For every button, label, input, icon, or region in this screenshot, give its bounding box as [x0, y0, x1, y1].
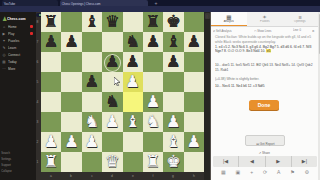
- line-counter: Line: 0: [293, 29, 301, 32]
- square-e3[interactable]: ♝: [123, 112, 143, 132]
- square-d2[interactable]: [102, 132, 122, 152]
- square-d3[interactable]: ♟: [102, 112, 122, 132]
- square-c5[interactable]: ♟: [82, 72, 102, 92]
- square-e5[interactable]: ♟: [123, 72, 143, 92]
- black-pawn[interactable]: ♟: [143, 32, 163, 52]
- black-rook[interactable]: ♜: [41, 12, 61, 32]
- square-b1[interactable]: [61, 152, 81, 172]
- rank-label-5: 5: [36, 80, 39, 83]
- square-a7[interactable]: ♟: [41, 32, 61, 52]
- tab-title: YouTube: [2, 2, 15, 5]
- prev-move-button[interactable]: ◀: [239, 156, 265, 167]
- settings-icon[interactable]: ⚙: [304, 169, 308, 175]
- rank-label-2: 2: [36, 140, 39, 143]
- sidebar-item-label: Learn: [8, 46, 16, 50]
- white-pawn[interactable]: ♟: [184, 132, 204, 152]
- black-rook[interactable]: ♜: [143, 12, 163, 32]
- connect-icon: ◎: [0, 53, 8, 57]
- white-pawn[interactable]: ♟: [41, 132, 61, 152]
- move-list[interactable]: 1. e4 c5 2. Nc3 Nc6 3. g3 g6 4. Bg2 Bg7 …: [215, 44, 315, 53]
- square-e2[interactable]: [123, 132, 143, 152]
- black-pawn[interactable]: ♟: [41, 32, 61, 52]
- square-e8[interactable]: [123, 12, 143, 32]
- self-analysis-toggle[interactable]: ⇄ Self-Analysis: [213, 28, 232, 31]
- square-f8[interactable]: ♜: [143, 12, 163, 32]
- home-icon: ⌂: [0, 25, 8, 29]
- square-h8[interactable]: [184, 12, 204, 32]
- square-c3[interactable]: ♞: [82, 112, 102, 132]
- reset-icon[interactable]: ⟳: [263, 169, 267, 175]
- get-report-button[interactable]: ▤ Get Report: [245, 135, 285, 146]
- last-move-button[interactable]: ▶|: [292, 156, 317, 167]
- file-label-b: b: [69, 174, 73, 177]
- square-a8[interactable]: ♜: [41, 12, 61, 32]
- square-c1[interactable]: [82, 152, 102, 172]
- rank-label-3: 3: [36, 120, 39, 123]
- square-a3[interactable]: [41, 112, 61, 132]
- square-d6[interactable]: ♟: [102, 52, 122, 72]
- board-tool-icons: ▦▣+⟳A⚑⚙: [221, 169, 309, 175]
- white-king[interactable]: ♚: [163, 152, 183, 172]
- black-pawn[interactable]: ♟: [123, 52, 143, 72]
- black-knight[interactable]: ♞: [102, 92, 122, 112]
- square-h3[interactable]: [184, 112, 204, 132]
- white-pawn[interactable]: ♟: [61, 132, 81, 152]
- panel-tabs: ▦Analysis✦Puzzles≡Openings: [211, 12, 318, 27]
- square-e4[interactable]: [123, 92, 143, 112]
- square-b6[interactable]: [61, 52, 81, 72]
- puzzles-icon: ✦: [0, 39, 8, 43]
- first-move-button[interactable]: |◀: [213, 156, 239, 167]
- square-g3[interactable]: ♟: [163, 112, 183, 132]
- file-label-f: f: [151, 174, 155, 177]
- rank-label-8: 8: [36, 20, 39, 23]
- puzzles-tab-icon: ✦: [247, 14, 283, 20]
- rank-label-7: 7: [36, 40, 39, 43]
- current-move[interactable]: e5: [266, 49, 271, 53]
- square-g2[interactable]: ♝: [163, 132, 183, 152]
- square-e7[interactable]: ♞: [123, 32, 143, 52]
- white-pawn[interactable]: ♟: [143, 92, 163, 112]
- opening-description: Closed Sicilian: White builds up on the …: [215, 35, 315, 44]
- copy-fen-icon[interactable]: ▣: [236, 169, 241, 175]
- black-knight[interactable]: ♞: [123, 32, 143, 52]
- square-a6[interactable]: [41, 52, 61, 72]
- square-f3[interactable]: ♞: [143, 112, 163, 132]
- square-f4[interactable]: ♟: [143, 92, 163, 112]
- panel-gear-icon[interactable]: ⚙: [312, 28, 314, 31]
- square-f6[interactable]: [143, 52, 163, 72]
- square-h2[interactable]: ♟: [184, 132, 204, 152]
- screen: YouTube Chess Openings | Chess.com + ◄ ►…: [0, 0, 320, 180]
- more-icon: ⋯: [0, 67, 8, 71]
- white-bishop[interactable]: ♝: [163, 132, 183, 152]
- sidebar-item-learn[interactable]: ✎Learn: [0, 44, 36, 51]
- square-h1[interactable]: [184, 152, 204, 172]
- square-g6[interactable]: ♟: [163, 52, 183, 72]
- annotate-icon[interactable]: A: [277, 169, 280, 175]
- file-label-c: c: [90, 174, 94, 177]
- black-bishop[interactable]: ♝: [163, 32, 183, 52]
- panel-controls: ⇄ Self-Analysis ▢ Show Lines Line: 0 ⚙: [213, 27, 317, 33]
- show-lines-toggle[interactable]: ▢ Show Lines: [254, 28, 271, 31]
- square-g1[interactable]: ♚: [163, 152, 183, 172]
- mainline-moves[interactable]: 1. e4 c5 2. Nc3 Nc6 3. g3 g6 4. Bg2 Bg7 …: [215, 45, 311, 53]
- today-icon: ▤: [0, 60, 8, 64]
- next-move-button[interactable]: ▶: [266, 156, 292, 167]
- square-b3[interactable]: [61, 112, 81, 132]
- square-g5[interactable]: [163, 72, 183, 92]
- sidebar-item-play[interactable]: ▶Play: [0, 30, 36, 37]
- sidebar-item-puzzles[interactable]: ✦Puzzles: [0, 37, 36, 44]
- white-pawn[interactable]: ♟: [163, 112, 183, 132]
- square-d4[interactable]: ♞: [102, 92, 122, 112]
- square-a5[interactable]: [41, 72, 61, 92]
- square-b7[interactable]: ♟: [61, 32, 81, 52]
- move-nav-bar: |◀◀▶▶|: [213, 156, 317, 167]
- white-pawn[interactable]: ♟: [102, 112, 122, 132]
- chess-board: ♜♝♛♜♚♟♟♞♟♝♟♟♟♟♟♟♞♟♞♟♝♞♟♟♟♟♝♟♜♛♜♚: [41, 12, 204, 172]
- square-b5[interactable]: [61, 72, 81, 92]
- square-c8[interactable]: ♝: [82, 12, 102, 32]
- panel-tab-openings[interactable]: ≡Openings: [282, 12, 318, 26]
- black-bishop[interactable]: ♝: [82, 12, 102, 32]
- square-d8[interactable]: ♛: [102, 12, 122, 32]
- square-c7[interactable]: [82, 32, 102, 52]
- panel-tab-analysis[interactable]: ▦Analysis: [211, 12, 247, 26]
- square-e1[interactable]: [123, 152, 143, 172]
- flag-icon[interactable]: ⚑: [290, 169, 294, 175]
- square-b4[interactable]: [61, 92, 81, 112]
- square-f5[interactable]: [143, 72, 163, 92]
- white-knight[interactable]: ♞: [143, 112, 163, 132]
- rank-label-6: 6: [36, 60, 39, 63]
- file-label-d: d: [110, 174, 114, 177]
- black-pawn[interactable]: ♟: [163, 52, 183, 72]
- black-pawn[interactable]: ♟: [61, 32, 81, 52]
- hover-ring: [104, 54, 121, 72]
- square-e6[interactable]: ♟: [123, 52, 143, 72]
- sidebar-footer-menu: SearchSettingsSupportCollapse: [0, 150, 36, 174]
- white-pawn[interactable]: ♟: [123, 72, 143, 92]
- analysis-tab-icon: ▦: [211, 14, 247, 20]
- file-label-e: e: [130, 174, 134, 177]
- tab-title: Chess Openings | Chess.com: [60, 2, 101, 5]
- sidebar-item-label: Puzzles: [8, 39, 19, 43]
- white-rook[interactable]: ♜: [143, 152, 163, 172]
- chesscom-sidebar: ♟ Chess.com ⌂Home▶Play✦Puzzles✎Learn◎Con…: [0, 12, 36, 180]
- white-queen[interactable]: ♛: [102, 152, 122, 172]
- file-label-g: g: [171, 174, 175, 177]
- square-g8[interactable]: ♚: [163, 12, 183, 32]
- share-button[interactable]: ↗ Share: [245, 146, 283, 153]
- square-f1[interactable]: ♜: [143, 152, 163, 172]
- flip-board-icon[interactable]: ▦: [221, 169, 226, 175]
- sidebar-item-label: More: [8, 67, 15, 71]
- square-h5[interactable]: [184, 72, 204, 92]
- square-g7[interactable]: ♝: [163, 32, 183, 52]
- square-f7[interactable]: ♟: [143, 32, 163, 52]
- add-line-icon[interactable]: +: [250, 169, 253, 175]
- sidebar-item-label: Play: [8, 32, 14, 36]
- play-icon: ▶: [0, 32, 8, 36]
- rank-label-4: 4: [36, 100, 39, 103]
- suggested-line[interactable]: 10... Nec6 11. Ne4 b6 12. c3 Ndf5: [215, 84, 315, 88]
- sidebar-item-label: Today: [8, 60, 17, 64]
- sidebar-item-more[interactable]: ⋯More: [0, 65, 36, 72]
- square-b8[interactable]: [61, 12, 81, 32]
- black-king[interactable]: ♚: [163, 12, 183, 32]
- square-c2[interactable]: ♟: [82, 132, 102, 152]
- notification-badge: [30, 32, 33, 35]
- white-rook[interactable]: ♜: [41, 152, 61, 172]
- square-c6[interactable]: [82, 52, 102, 72]
- sidebar-footer-collapse[interactable]: Collapse: [0, 168, 36, 174]
- file-label-h: h: [191, 174, 195, 177]
- sidebar-item-label: Connect: [8, 53, 20, 57]
- square-h7[interactable]: ♟: [184, 32, 204, 52]
- variation-line[interactable]: 10... dxe5 11. fxe5 Nef5 12. Bf2 Qb6 13.…: [215, 63, 315, 72]
- rank-label-1: 1: [36, 160, 39, 163]
- square-h4[interactable]: [184, 92, 204, 112]
- black-pawn[interactable]: ♟: [184, 32, 204, 52]
- square-d1[interactable]: ♛: [102, 152, 122, 172]
- square-c4[interactable]: [82, 92, 102, 112]
- white-bishop[interactable]: ♝: [123, 112, 143, 132]
- engine-eval: (+0.38) White is slightly better.: [215, 77, 315, 81]
- panel-tab-puzzles[interactable]: ✦Puzzles: [247, 12, 283, 26]
- file-label-a: a: [49, 174, 53, 177]
- learn-icon: ✎: [0, 46, 8, 50]
- sidebar-item-label: Home: [8, 25, 17, 29]
- analysis-panel: ▦Analysis✦Puzzles≡Openings ⇄ Self-Analys…: [210, 12, 320, 180]
- sidebar-item-connect[interactable]: ◎Connect: [0, 51, 36, 58]
- sidebar-menu: ⌂Home▶Play✦Puzzles✎Learn◎Connect▤Today⋯M…: [0, 23, 36, 72]
- square-d7[interactable]: [102, 32, 122, 52]
- black-queen[interactable]: ♛: [102, 12, 122, 32]
- sidebar-item-home[interactable]: ⌂Home: [0, 23, 36, 30]
- square-a4[interactable]: [41, 92, 61, 112]
- square-h6[interactable]: [184, 52, 204, 72]
- square-f2[interactable]: [143, 132, 163, 152]
- notification-badge: [30, 25, 33, 28]
- openings-tab-icon: ≡: [282, 14, 318, 20]
- square-b2[interactable]: ♟: [61, 132, 81, 152]
- logo-text: Chess.com: [7, 17, 26, 21]
- white-pawn[interactable]: ♟: [82, 132, 102, 152]
- square-a2[interactable]: ♟: [41, 132, 61, 152]
- square-a1[interactable]: ♜: [41, 152, 61, 172]
- board-grip-icon[interactable]: ⋮: [205, 13, 210, 19]
- mouse-cursor: [114, 77, 121, 86]
- black-pawn[interactable]: ♟: [82, 72, 102, 92]
- done-button[interactable]: Done: [249, 100, 279, 110]
- sidebar-item-today[interactable]: ▤Today: [0, 58, 36, 65]
- white-knight[interactable]: ♞: [82, 112, 102, 132]
- square-g4[interactable]: [163, 92, 183, 112]
